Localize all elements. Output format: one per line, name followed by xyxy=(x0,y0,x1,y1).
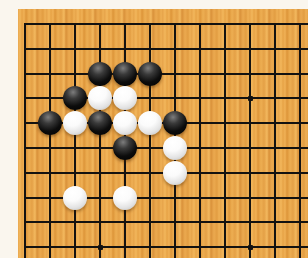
black-stone[interactable] xyxy=(163,111,187,135)
star-point xyxy=(248,245,253,250)
grid-line-horizontal xyxy=(24,246,308,248)
go-board[interactable] xyxy=(18,9,308,258)
black-stone[interactable] xyxy=(113,136,137,160)
white-stone[interactable] xyxy=(113,86,137,110)
black-stone[interactable] xyxy=(138,62,162,86)
white-stone[interactable] xyxy=(138,111,162,135)
white-stone[interactable] xyxy=(113,111,137,135)
black-stone[interactable] xyxy=(63,86,87,110)
black-stone[interactable] xyxy=(88,111,112,135)
black-stone[interactable] xyxy=(88,62,112,86)
white-stone[interactable] xyxy=(88,86,112,110)
grid-line-horizontal xyxy=(24,73,308,75)
screenshot-background xyxy=(0,0,308,258)
star-point xyxy=(248,96,253,101)
white-stone[interactable] xyxy=(113,186,137,210)
grid-line-horizontal xyxy=(24,221,308,223)
grid-line-horizontal xyxy=(24,48,308,50)
star-point xyxy=(98,245,103,250)
white-stone[interactable] xyxy=(163,136,187,160)
white-stone[interactable] xyxy=(63,186,87,210)
black-stone[interactable] xyxy=(38,111,62,135)
black-stone[interactable] xyxy=(113,62,137,86)
grid-line-horizontal xyxy=(24,23,308,25)
white-stone[interactable] xyxy=(163,161,187,185)
white-stone[interactable] xyxy=(63,111,87,135)
